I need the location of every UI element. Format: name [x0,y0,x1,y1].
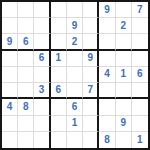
cell-r9c2[interactable] [18,132,34,148]
cell-r3c9[interactable] [132,34,148,50]
cell-r8c2[interactable] [18,116,34,132]
cell-r3c8[interactable] [116,34,132,50]
cell-r2c5[interactable]: 9 [67,18,83,34]
cell-r7c8[interactable] [116,99,132,115]
cell-r1c8[interactable] [116,2,132,18]
cell-r1c7[interactable]: 9 [99,2,115,18]
cell-r7c9[interactable] [132,99,148,115]
cell-r4c9[interactable] [132,51,148,67]
cell-r1c3[interactable] [34,2,50,18]
cell-r6c4[interactable]: 6 [51,83,67,99]
cell-r2c4[interactable] [51,18,67,34]
cell-r7c2[interactable]: 8 [18,99,34,115]
cell-r5c5[interactable] [67,67,83,83]
cell-r5c3[interactable] [34,67,50,83]
cell-r3c5[interactable]: 2 [67,34,83,50]
cell-r6c6[interactable]: 7 [83,83,99,99]
cell-r1c4[interactable] [51,2,67,18]
cell-r2c8[interactable]: 2 [116,18,132,34]
cell-r9c1[interactable] [2,132,18,148]
cell-r2c7[interactable] [99,18,115,34]
cell-r6c1[interactable] [2,83,18,99]
cell-r1c5[interactable] [67,2,83,18]
cell-r8c3[interactable] [34,116,50,132]
cell-r4c3[interactable]: 6 [34,51,50,67]
cell-r4c1[interactable] [2,51,18,67]
cell-r9c6[interactable] [83,132,99,148]
cell-r5c9[interactable]: 6 [132,67,148,83]
cell-r7c6[interactable] [83,99,99,115]
cell-r6c7[interactable] [99,83,115,99]
cell-r7c1[interactable]: 4 [2,99,18,115]
cell-r5c7[interactable]: 4 [99,67,115,83]
cell-r8c5[interactable]: 1 [67,116,83,132]
cell-r8c4[interactable] [51,116,67,132]
cell-r4c2[interactable] [18,51,34,67]
cell-r9c8[interactable] [116,132,132,148]
cell-r7c3[interactable] [34,99,50,115]
cell-r1c2[interactable] [18,2,34,18]
cell-r3c1[interactable]: 9 [2,34,18,50]
cell-r2c1[interactable] [2,18,18,34]
cell-r3c6[interactable] [83,34,99,50]
cell-r4c7[interactable] [99,51,115,67]
cell-r4c6[interactable]: 9 [83,51,99,67]
cell-r2c9[interactable] [132,18,148,34]
cell-r4c5[interactable] [67,51,83,67]
cell-r5c1[interactable] [2,67,18,83]
cell-r8c7[interactable] [99,116,115,132]
cell-r8c9[interactable] [132,116,148,132]
cell-r2c6[interactable] [83,18,99,34]
cell-r5c2[interactable] [18,67,34,83]
cell-r4c8[interactable] [116,51,132,67]
cell-r2c3[interactable] [34,18,50,34]
cell-r1c1[interactable] [2,2,18,18]
cell-r3c4[interactable] [51,34,67,50]
cell-r6c9[interactable] [132,83,148,99]
cell-r7c5[interactable]: 6 [67,99,83,115]
cell-r3c7[interactable] [99,34,115,50]
cell-r3c2[interactable]: 6 [18,34,34,50]
cell-r7c4[interactable] [51,99,67,115]
sudoku-board: 97929626194163674861981 [0,0,150,150]
cell-r9c9[interactable]: 1 [132,132,148,148]
cell-r2c2[interactable] [18,18,34,34]
cell-r1c9[interactable]: 7 [132,2,148,18]
cell-r4c4[interactable]: 1 [51,51,67,67]
cell-r5c8[interactable]: 1 [116,67,132,83]
cell-r1c6[interactable] [83,2,99,18]
cell-r3c3[interactable] [34,34,50,50]
cell-r8c1[interactable] [2,116,18,132]
cell-r9c5[interactable] [67,132,83,148]
cell-r6c5[interactable] [67,83,83,99]
cell-r9c3[interactable] [34,132,50,148]
cell-r6c8[interactable] [116,83,132,99]
cell-r6c2[interactable] [18,83,34,99]
cell-r5c6[interactable] [83,67,99,83]
cell-r9c4[interactable] [51,132,67,148]
cell-r5c4[interactable] [51,67,67,83]
cell-r6c3[interactable]: 3 [34,83,50,99]
cell-r9c7[interactable]: 8 [99,132,115,148]
cell-r8c6[interactable] [83,116,99,132]
cell-r7c7[interactable] [99,99,115,115]
cell-r8c8[interactable]: 9 [116,116,132,132]
